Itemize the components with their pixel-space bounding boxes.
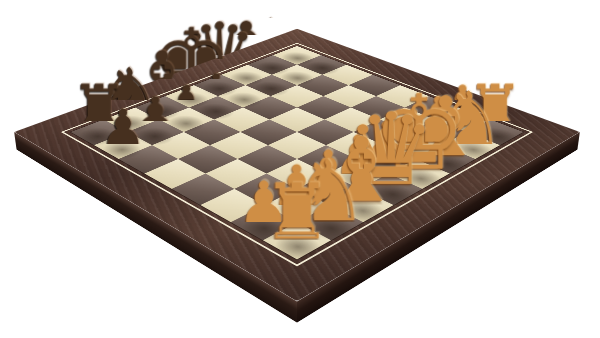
- render-canvas: ♜♟♟♜♞♟♟♞♝♟♟♝♛♟♟♚♚♟♟♛♝♟♟♝♞♟♟♞♜♟♟♜: [0, 0, 600, 338]
- white-rook-icon: ♜: [207, 67, 388, 248]
- pieces-layer: ♜♟♟♜♞♟♟♞♝♟♟♝♛♟♟♚♚♟♟♛♝♟♟♝♞♟♟♞♜♟♟♜: [71, 45, 524, 258]
- chess-board: ♜♟♟♜♞♟♟♞♝♟♟♝♛♟♟♚♚♟♟♛♝♟♟♝♞♟♟♞♜♟♟♜: [14, 29, 580, 302]
